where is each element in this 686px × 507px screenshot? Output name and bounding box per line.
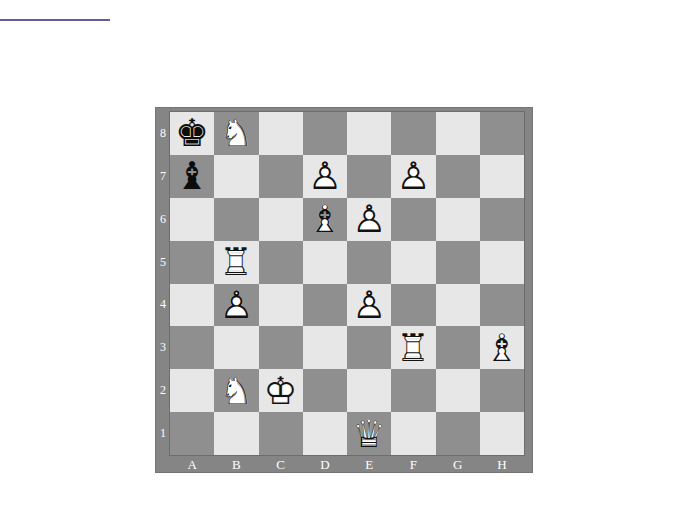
- square-f4[interactable]: [391, 284, 435, 327]
- square-g2[interactable]: [436, 369, 480, 412]
- white-pawn-fill-glyph: ♟: [347, 284, 391, 326]
- square-c7[interactable]: [259, 155, 303, 198]
- file-label-A: A: [170, 456, 214, 474]
- square-b5[interactable]: ♜♖: [214, 241, 258, 284]
- square-e3[interactable]: [347, 326, 391, 369]
- white-pawn-outline-glyph: ♙: [347, 284, 391, 326]
- square-b4[interactable]: ♟♙: [214, 284, 258, 327]
- piece-white-pawn[interactable]: ♟♙: [391, 155, 435, 197]
- file-label-E: E: [347, 456, 391, 474]
- white-pawn-fill-glyph: ♟: [214, 284, 258, 326]
- white-knight-outline-glyph: ♘: [214, 370, 258, 412]
- piece-white-pawn[interactable]: ♟♙: [347, 284, 391, 326]
- chess-board: ♚♞♘♝♟♙♟♙♝♗♟♙♜♖♟♙♟♙♜♖♝♗♞♘♚♔♛♕: [170, 112, 524, 455]
- piece-white-bishop[interactable]: ♝♗: [480, 327, 524, 369]
- rank-label-8: 8: [156, 112, 170, 155]
- square-f2[interactable]: [391, 369, 435, 412]
- square-a6[interactable]: [170, 198, 214, 241]
- square-d5[interactable]: [303, 241, 347, 284]
- white-pawn-outline-glyph: ♙: [214, 284, 258, 326]
- square-e8[interactable]: [347, 112, 391, 155]
- square-h1[interactable]: [480, 412, 524, 455]
- square-b8[interactable]: ♞♘: [214, 112, 258, 155]
- square-e5[interactable]: [347, 241, 391, 284]
- square-e7[interactable]: [347, 155, 391, 198]
- square-g1[interactable]: [436, 412, 480, 455]
- square-d1[interactable]: [303, 412, 347, 455]
- white-rook-fill-glyph: ♜: [214, 241, 258, 283]
- square-c1[interactable]: [259, 412, 303, 455]
- square-a5[interactable]: [170, 241, 214, 284]
- square-g5[interactable]: [436, 241, 480, 284]
- piece-white-rook[interactable]: ♜♖: [214, 241, 258, 283]
- square-b7[interactable]: [214, 155, 258, 198]
- file-label-F: F: [391, 456, 435, 474]
- white-knight-fill-glyph: ♞: [214, 370, 258, 412]
- square-b3[interactable]: [214, 326, 258, 369]
- square-h3[interactable]: ♝♗: [480, 326, 524, 369]
- square-a3[interactable]: [170, 326, 214, 369]
- rank-label-1: 1: [156, 412, 170, 455]
- file-label-D: D: [303, 456, 347, 474]
- piece-white-bishop[interactable]: ♝♗: [303, 198, 347, 240]
- square-a1[interactable]: [170, 412, 214, 455]
- white-queen-fill-glyph: ♛: [347, 413, 391, 455]
- square-h6[interactable]: [480, 198, 524, 241]
- piece-white-rook[interactable]: ♜♖: [391, 327, 435, 369]
- rank-label-5: 5: [156, 241, 170, 284]
- white-bishop-outline-glyph: ♗: [480, 327, 524, 369]
- piece-white-pawn[interactable]: ♟♙: [347, 198, 391, 240]
- white-pawn-outline-glyph: ♙: [347, 198, 391, 240]
- file-label-C: C: [259, 456, 303, 474]
- square-h7[interactable]: [480, 155, 524, 198]
- white-bishop-outline-glyph: ♗: [303, 198, 347, 240]
- square-f8[interactable]: [391, 112, 435, 155]
- file-label-H: H: [480, 456, 524, 474]
- piece-white-knight[interactable]: ♞♘: [214, 370, 258, 412]
- rank-label-2: 2: [156, 369, 170, 412]
- square-f1[interactable]: [391, 412, 435, 455]
- black-king-fill-glyph: ♚: [170, 112, 214, 154]
- square-h5[interactable]: [480, 241, 524, 284]
- square-c6[interactable]: [259, 198, 303, 241]
- square-e1[interactable]: ♛♕: [347, 412, 391, 455]
- white-king-fill-glyph: ♚: [259, 370, 303, 412]
- file-label-B: B: [214, 456, 258, 474]
- white-pawn-outline-glyph: ♙: [303, 155, 347, 197]
- white-queen-outline-glyph: ♕: [347, 413, 391, 455]
- square-d8[interactable]: [303, 112, 347, 155]
- square-h2[interactable]: [480, 369, 524, 412]
- square-g8[interactable]: [436, 112, 480, 155]
- square-f3[interactable]: ♜♖: [391, 326, 435, 369]
- square-b1[interactable]: [214, 412, 258, 455]
- square-e4[interactable]: ♟♙: [347, 284, 391, 327]
- square-g3[interactable]: [436, 326, 480, 369]
- square-a2[interactable]: [170, 369, 214, 412]
- square-c3[interactable]: [259, 326, 303, 369]
- black-bishop-fill-glyph: ♝: [170, 155, 214, 197]
- rank-label-6: 6: [156, 198, 170, 241]
- square-c2[interactable]: ♚♔: [259, 369, 303, 412]
- white-rook-outline-glyph: ♖: [391, 327, 435, 369]
- rank-label-4: 4: [156, 284, 170, 327]
- file-label-G: G: [436, 456, 480, 474]
- chess-board-frame: ♚♞♘♝♟♙♟♙♝♗♟♙♜♖♟♙♟♙♜♖♝♗♞♘♚♔♛♕ 87654321 AB…: [155, 107, 533, 473]
- square-g6[interactable]: [436, 198, 480, 241]
- piece-white-pawn[interactable]: ♟♙: [303, 155, 347, 197]
- white-king-outline-glyph: ♔: [259, 370, 303, 412]
- white-rook-outline-glyph: ♖: [214, 241, 258, 283]
- white-pawn-fill-glyph: ♟: [303, 155, 347, 197]
- white-knight-fill-glyph: ♞: [214, 112, 258, 154]
- square-d4[interactable]: [303, 284, 347, 327]
- top-left-rule: [0, 19, 110, 21]
- square-f6[interactable]: [391, 198, 435, 241]
- square-g7[interactable]: [436, 155, 480, 198]
- square-a4[interactable]: [170, 284, 214, 327]
- rank-label-7: 7: [156, 155, 170, 198]
- square-e2[interactable]: [347, 369, 391, 412]
- square-c5[interactable]: [259, 241, 303, 284]
- square-b2[interactable]: ♞♘: [214, 369, 258, 412]
- white-rook-fill-glyph: ♜: [391, 327, 435, 369]
- rank-label-3: 3: [156, 326, 170, 369]
- white-knight-outline-glyph: ♘: [214, 112, 258, 154]
- square-d3[interactable]: [303, 326, 347, 369]
- square-d7[interactable]: ♟♙: [303, 155, 347, 198]
- square-h4[interactable]: [480, 284, 524, 327]
- white-pawn-outline-glyph: ♙: [391, 155, 435, 197]
- piece-white-king[interactable]: ♚♔: [259, 370, 303, 412]
- square-f5[interactable]: [391, 241, 435, 284]
- white-pawn-fill-glyph: ♟: [391, 155, 435, 197]
- white-bishop-fill-glyph: ♝: [303, 198, 347, 240]
- square-f7[interactable]: ♟♙: [391, 155, 435, 198]
- piece-white-queen[interactable]: ♛♕: [347, 413, 391, 455]
- piece-black-king[interactable]: ♚: [170, 112, 214, 154]
- square-a8[interactable]: ♚: [170, 112, 214, 155]
- square-g4[interactable]: [436, 284, 480, 327]
- piece-white-pawn[interactable]: ♟♙: [214, 284, 258, 326]
- square-b6[interactable]: [214, 198, 258, 241]
- white-pawn-fill-glyph: ♟: [347, 198, 391, 240]
- square-c4[interactable]: [259, 284, 303, 327]
- page: ♚♞♘♝♟♙♟♙♝♗♟♙♜♖♟♙♟♙♜♖♝♗♞♘♚♔♛♕ 87654321 AB…: [0, 0, 686, 507]
- white-bishop-fill-glyph: ♝: [480, 327, 524, 369]
- square-h8[interactable]: [480, 112, 524, 155]
- piece-white-knight[interactable]: ♞♘: [214, 112, 258, 154]
- square-a7[interactable]: ♝: [170, 155, 214, 198]
- square-c8[interactable]: [259, 112, 303, 155]
- square-d2[interactable]: [303, 369, 347, 412]
- square-d6[interactable]: ♝♗: [303, 198, 347, 241]
- piece-black-bishop[interactable]: ♝: [170, 155, 214, 197]
- square-e6[interactable]: ♟♙: [347, 198, 391, 241]
